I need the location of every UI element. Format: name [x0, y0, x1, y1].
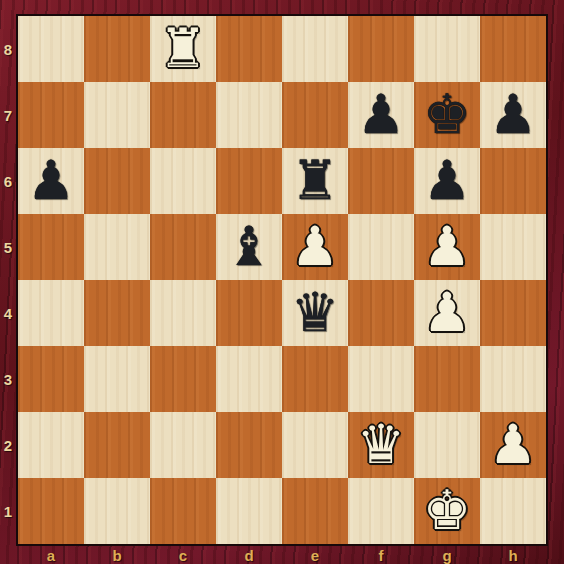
square-e5[interactable]: ♟ [282, 214, 348, 280]
file-label-f: f [348, 546, 414, 564]
square-d6[interactable] [216, 148, 282, 214]
square-a2[interactable] [18, 412, 84, 478]
square-a7[interactable] [18, 82, 84, 148]
square-h7[interactable]: ♟ [480, 82, 546, 148]
square-a6[interactable]: ♟ [18, 148, 84, 214]
square-g5[interactable]: ♟ [414, 214, 480, 280]
piece-white-rook-c8[interactable]: ♜ [159, 16, 207, 82]
piece-black-rook-e6[interactable]: ♜ [291, 148, 339, 214]
piece-black-pawn-f7[interactable]: ♟ [357, 82, 405, 148]
square-b5[interactable] [84, 214, 150, 280]
piece-white-pawn-g4[interactable]: ♟ [423, 280, 471, 346]
square-e4[interactable]: ♛ [282, 280, 348, 346]
rank-label-8: 8 [0, 16, 16, 82]
square-c7[interactable] [150, 82, 216, 148]
square-g7[interactable]: ♚ [414, 82, 480, 148]
square-b4[interactable] [84, 280, 150, 346]
square-c4[interactable] [150, 280, 216, 346]
rank-label-6: 6 [0, 148, 16, 214]
square-c2[interactable] [150, 412, 216, 478]
piece-white-king-g1[interactable]: ♚ [423, 478, 471, 544]
square-e3[interactable] [282, 346, 348, 412]
board-frame: 87654321 abcdefgh ♜♟♚♟♟♜♟♝♟♟♛♟♛♟♚ [0, 0, 564, 564]
piece-white-queen-f2[interactable]: ♛ [357, 412, 405, 478]
rank-label-1: 1 [0, 478, 16, 544]
square-e8[interactable] [282, 16, 348, 82]
square-d4[interactable] [216, 280, 282, 346]
square-a3[interactable] [18, 346, 84, 412]
piece-black-pawn-a6[interactable]: ♟ [27, 148, 75, 214]
rank-labels: 87654321 [0, 16, 16, 544]
piece-black-bishop-d5[interactable]: ♝ [225, 214, 273, 280]
file-label-d: d [216, 546, 282, 564]
square-f1[interactable] [348, 478, 414, 544]
piece-white-pawn-e5[interactable]: ♟ [291, 214, 339, 280]
square-h6[interactable] [480, 148, 546, 214]
square-h4[interactable] [480, 280, 546, 346]
square-h1[interactable] [480, 478, 546, 544]
file-labels: abcdefgh [18, 546, 546, 564]
square-c3[interactable] [150, 346, 216, 412]
square-b7[interactable] [84, 82, 150, 148]
file-label-c: c [150, 546, 216, 564]
rank-label-5: 5 [0, 214, 16, 280]
square-c8[interactable]: ♜ [150, 16, 216, 82]
square-a4[interactable] [18, 280, 84, 346]
square-f2[interactable]: ♛ [348, 412, 414, 478]
square-g8[interactable] [414, 16, 480, 82]
square-d8[interactable] [216, 16, 282, 82]
square-h2[interactable]: ♟ [480, 412, 546, 478]
file-label-b: b [84, 546, 150, 564]
square-e6[interactable]: ♜ [282, 148, 348, 214]
square-e2[interactable] [282, 412, 348, 478]
square-g6[interactable]: ♟ [414, 148, 480, 214]
chess-board: ♜♟♚♟♟♜♟♝♟♟♛♟♛♟♚ [16, 14, 548, 546]
file-label-h: h [480, 546, 546, 564]
square-a8[interactable] [18, 16, 84, 82]
square-d5[interactable]: ♝ [216, 214, 282, 280]
square-g2[interactable] [414, 412, 480, 478]
square-b3[interactable] [84, 346, 150, 412]
square-h3[interactable] [480, 346, 546, 412]
square-c6[interactable] [150, 148, 216, 214]
piece-black-pawn-h7[interactable]: ♟ [489, 82, 537, 148]
square-b1[interactable] [84, 478, 150, 544]
square-g3[interactable] [414, 346, 480, 412]
square-e1[interactable] [282, 478, 348, 544]
rank-label-3: 3 [0, 346, 16, 412]
square-g1[interactable]: ♚ [414, 478, 480, 544]
square-c1[interactable] [150, 478, 216, 544]
square-a1[interactable] [18, 478, 84, 544]
square-d1[interactable] [216, 478, 282, 544]
square-g4[interactable]: ♟ [414, 280, 480, 346]
square-b8[interactable] [84, 16, 150, 82]
rank-label-4: 4 [0, 280, 16, 346]
piece-white-pawn-g5[interactable]: ♟ [423, 214, 471, 280]
square-c5[interactable] [150, 214, 216, 280]
square-e7[interactable] [282, 82, 348, 148]
square-d3[interactable] [216, 346, 282, 412]
square-f5[interactable] [348, 214, 414, 280]
square-f6[interactable] [348, 148, 414, 214]
file-label-a: a [18, 546, 84, 564]
rank-label-2: 2 [0, 412, 16, 478]
file-label-e: e [282, 546, 348, 564]
file-label-g: g [414, 546, 480, 564]
square-f4[interactable] [348, 280, 414, 346]
square-b2[interactable] [84, 412, 150, 478]
square-a5[interactable] [18, 214, 84, 280]
piece-black-king-g7[interactable]: ♚ [423, 82, 471, 148]
square-h8[interactable] [480, 16, 546, 82]
square-f3[interactable] [348, 346, 414, 412]
square-b6[interactable] [84, 148, 150, 214]
piece-black-queen-e4[interactable]: ♛ [291, 280, 339, 346]
square-d2[interactable] [216, 412, 282, 478]
rank-label-7: 7 [0, 82, 16, 148]
piece-white-pawn-h2[interactable]: ♟ [489, 412, 537, 478]
square-h5[interactable] [480, 214, 546, 280]
square-d7[interactable] [216, 82, 282, 148]
square-f8[interactable] [348, 16, 414, 82]
piece-black-pawn-g6[interactable]: ♟ [423, 148, 471, 214]
square-f7[interactable]: ♟ [348, 82, 414, 148]
